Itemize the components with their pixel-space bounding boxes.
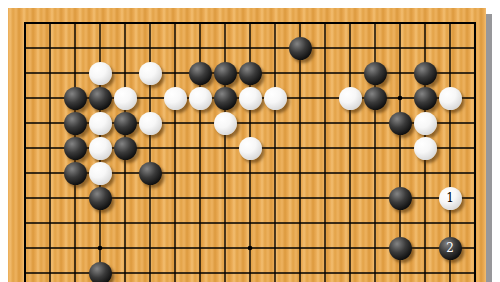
board-point-15-0[interactable]	[388, 11, 413, 36]
black-stone	[414, 87, 437, 110]
board-point-3-3[interactable]	[88, 86, 113, 111]
black-stone	[214, 62, 237, 85]
white-stone	[189, 87, 212, 110]
board-point-6-6[interactable]	[163, 161, 188, 186]
board-point-10-3[interactable]	[263, 86, 288, 111]
board-point-0-1[interactable]	[13, 36, 38, 61]
board-point-15-8[interactable]	[388, 211, 413, 236]
black-stone	[64, 137, 87, 160]
black-stone	[89, 87, 112, 110]
board-point-15-5[interactable]	[388, 136, 413, 161]
board-point-12-7[interactable]	[313, 186, 338, 211]
board-point-5-5[interactable]	[138, 136, 163, 161]
board-point-18-7[interactable]	[463, 186, 487, 211]
board-point-14-1[interactable]	[363, 36, 388, 61]
black-stone	[239, 62, 262, 85]
board-point-3-7[interactable]	[88, 186, 113, 211]
board-point-1-0[interactable]	[38, 11, 63, 36]
board-point-3-9[interactable]	[88, 236, 113, 261]
board-point-17-4[interactable]	[438, 111, 463, 136]
board-point-8-4[interactable]	[213, 111, 238, 136]
board-point-13-5[interactable]	[338, 136, 363, 161]
board-point-6-0[interactable]	[163, 11, 188, 36]
board-point-16-6[interactable]	[413, 161, 438, 186]
board-point-7-4[interactable]	[188, 111, 213, 136]
board-point-1-5[interactable]	[38, 136, 63, 161]
board-point-18-8[interactable]	[463, 211, 487, 236]
white-stone	[439, 87, 462, 110]
board-point-9-0[interactable]	[238, 11, 263, 36]
board-point-11-6[interactable]	[288, 161, 313, 186]
black-stone	[64, 162, 87, 185]
board-point-13-1[interactable]	[338, 36, 363, 61]
board-point-3-1[interactable]	[88, 36, 113, 61]
board-point-9-5[interactable]	[238, 136, 263, 161]
board-point-1-10[interactable]	[38, 261, 63, 282]
board-point-17-0[interactable]	[438, 11, 463, 36]
board-point-6-10[interactable]	[163, 261, 188, 282]
board-point-18-5[interactable]	[463, 136, 487, 161]
board-point-7-7[interactable]	[188, 186, 213, 211]
board-point-12-3[interactable]	[313, 86, 338, 111]
board-point-8-7[interactable]	[213, 186, 238, 211]
board-point-4-8[interactable]	[113, 211, 138, 236]
board-point-11-4[interactable]	[288, 111, 313, 136]
board-point-6-3[interactable]	[163, 86, 188, 111]
board-point-11-3[interactable]	[288, 86, 313, 111]
board-point-15-6[interactable]	[388, 161, 413, 186]
white-stone	[239, 87, 262, 110]
board-point-1-9[interactable]	[38, 236, 63, 261]
board-point-2-1[interactable]	[63, 36, 88, 61]
board-point-16-2[interactable]	[413, 61, 438, 86]
board-point-9-8[interactable]	[238, 211, 263, 236]
board-point-0-4[interactable]	[13, 111, 38, 136]
board-point-17-5[interactable]	[438, 136, 463, 161]
board-point-3-5[interactable]	[88, 136, 113, 161]
board-point-16-0[interactable]	[413, 11, 438, 36]
board-point-7-2[interactable]	[188, 61, 213, 86]
move-number-label: 2	[446, 242, 454, 254]
board-point-14-7[interactable]	[363, 186, 388, 211]
board-point-9-1[interactable]	[238, 36, 263, 61]
board-point-7-5[interactable]	[188, 136, 213, 161]
board-point-0-3[interactable]	[13, 86, 38, 111]
board-point-13-3[interactable]	[338, 86, 363, 111]
board-point-18-2[interactable]	[463, 61, 487, 86]
board-point-13-0[interactable]	[338, 11, 363, 36]
board-point-1-4[interactable]	[38, 111, 63, 136]
board-point-15-7[interactable]	[388, 186, 413, 211]
board-point-13-4[interactable]	[338, 111, 363, 136]
board-point-8-2[interactable]	[213, 61, 238, 86]
board-point-3-6[interactable]	[88, 161, 113, 186]
board-point-6-5[interactable]	[163, 136, 188, 161]
board-point-8-3[interactable]	[213, 86, 238, 111]
board-point-0-0[interactable]	[13, 11, 38, 36]
board-point-6-8[interactable]	[163, 211, 188, 236]
board-point-7-9[interactable]	[188, 236, 213, 261]
board-point-9-2[interactable]	[238, 61, 263, 86]
board-point-10-10[interactable]	[263, 261, 288, 282]
black-stone	[89, 187, 112, 210]
board-point-8-5[interactable]	[213, 136, 238, 161]
black-stone	[89, 262, 112, 282]
board-point-12-4[interactable]	[313, 111, 338, 136]
board-point-3-10[interactable]	[88, 261, 113, 282]
board-point-14-8[interactable]	[363, 211, 388, 236]
board-point-0-6[interactable]	[13, 161, 38, 186]
black-stone	[389, 112, 412, 135]
board-point-0-2[interactable]	[13, 61, 38, 86]
board-point-14-2[interactable]	[363, 61, 388, 86]
board-point-18-1[interactable]	[463, 36, 487, 61]
board-point-18-0[interactable]	[463, 11, 487, 36]
black-stone	[114, 137, 137, 160]
white-stone	[114, 87, 137, 110]
board-point-0-5[interactable]	[13, 136, 38, 161]
board-point-5-1[interactable]	[138, 36, 163, 61]
board-point-11-7[interactable]	[288, 186, 313, 211]
black-stone	[389, 187, 412, 210]
board-point-10-1[interactable]	[263, 36, 288, 61]
board-point-11-0[interactable]	[288, 11, 313, 36]
board-point-17-6[interactable]	[438, 161, 463, 186]
board-point-2-2[interactable]	[63, 61, 88, 86]
white-stone	[89, 62, 112, 85]
board-point-2-3[interactable]	[63, 86, 88, 111]
black-stone	[64, 87, 87, 110]
board-point-1-3[interactable]	[38, 86, 63, 111]
board-point-4-6[interactable]	[113, 161, 138, 186]
board-point-12-6[interactable]	[313, 161, 338, 186]
board-point-17-9[interactable]: 2	[438, 236, 463, 261]
board-point-16-10[interactable]	[413, 261, 438, 282]
board-point-1-2[interactable]	[38, 61, 63, 86]
board-grid: 12	[13, 11, 487, 282]
board-point-11-10[interactable]	[288, 261, 313, 282]
white-stone	[89, 162, 112, 185]
board-point-15-2[interactable]	[388, 61, 413, 86]
board-point-18-3[interactable]	[463, 86, 487, 111]
white-stone	[139, 112, 162, 135]
black-stone	[114, 112, 137, 135]
board-point-14-10[interactable]	[363, 261, 388, 282]
black-stone	[389, 237, 412, 260]
board-point-17-10[interactable]	[438, 261, 463, 282]
board-point-15-1[interactable]	[388, 36, 413, 61]
white-stone	[89, 112, 112, 135]
move-number-label: 1	[446, 192, 454, 204]
board-point-5-10[interactable]	[138, 261, 163, 282]
board-point-4-0[interactable]	[113, 11, 138, 36]
board-point-12-1[interactable]	[313, 36, 338, 61]
white-stone	[339, 87, 362, 110]
board-point-7-1[interactable]	[188, 36, 213, 61]
board-point-13-7[interactable]	[338, 186, 363, 211]
board-point-15-9[interactable]	[388, 236, 413, 261]
white-stone	[264, 87, 287, 110]
board-point-16-1[interactable]	[413, 36, 438, 61]
board-point-0-7[interactable]	[13, 186, 38, 211]
white-stone	[89, 137, 112, 160]
board-point-8-6[interactable]	[213, 161, 238, 186]
board-point-16-5[interactable]	[413, 136, 438, 161]
board-point-6-2[interactable]	[163, 61, 188, 86]
board-point-9-3[interactable]	[238, 86, 263, 111]
board-point-2-6[interactable]	[63, 161, 88, 186]
board-point-13-8[interactable]	[338, 211, 363, 236]
board-point-7-10[interactable]	[188, 261, 213, 282]
board-point-6-7[interactable]	[163, 186, 188, 211]
board-point-4-7[interactable]	[113, 186, 138, 211]
board-point-8-10[interactable]	[213, 261, 238, 282]
board-point-7-8[interactable]	[188, 211, 213, 236]
board-point-0-9[interactable]	[13, 236, 38, 261]
white-stone: 1	[439, 187, 462, 210]
board-point-15-3[interactable]	[388, 86, 413, 111]
board-point-4-9[interactable]	[113, 236, 138, 261]
board-point-11-2[interactable]	[288, 61, 313, 86]
white-stone	[214, 112, 237, 135]
board-point-12-5[interactable]	[313, 136, 338, 161]
board-point-4-4[interactable]	[113, 111, 138, 136]
board-point-15-4[interactable]	[388, 111, 413, 136]
board-point-5-3[interactable]	[138, 86, 163, 111]
board-point-9-6[interactable]	[238, 161, 263, 186]
go-board: 12	[8, 8, 486, 282]
board-point-16-4[interactable]	[413, 111, 438, 136]
board-point-17-3[interactable]	[438, 86, 463, 111]
board-point-14-3[interactable]	[363, 86, 388, 111]
board-point-4-5[interactable]	[113, 136, 138, 161]
board-point-10-0[interactable]	[263, 11, 288, 36]
board-point-10-4[interactable]	[263, 111, 288, 136]
board-point-12-10[interactable]	[313, 261, 338, 282]
board-point-7-3[interactable]	[188, 86, 213, 111]
board-point-13-6[interactable]	[338, 161, 363, 186]
board-point-4-10[interactable]	[113, 261, 138, 282]
board-point-10-8[interactable]	[263, 211, 288, 236]
board-point-2-10[interactable]	[63, 261, 88, 282]
board-point-17-7[interactable]: 1	[438, 186, 463, 211]
board-point-13-10[interactable]	[338, 261, 363, 282]
board-point-10-2[interactable]	[263, 61, 288, 86]
board-point-14-0[interactable]	[363, 11, 388, 36]
board-point-0-8[interactable]	[13, 211, 38, 236]
board-point-15-10[interactable]	[388, 261, 413, 282]
board-point-17-1[interactable]	[438, 36, 463, 61]
board-point-11-1[interactable]	[288, 36, 313, 61]
board-point-14-9[interactable]	[363, 236, 388, 261]
board-point-5-6[interactable]	[138, 161, 163, 186]
black-stone: 2	[439, 237, 462, 260]
board-point-8-8[interactable]	[213, 211, 238, 236]
board-point-14-4[interactable]	[363, 111, 388, 136]
board-point-9-7[interactable]	[238, 186, 263, 211]
board-point-13-2[interactable]	[338, 61, 363, 86]
board-point-2-0[interactable]	[63, 11, 88, 36]
board-point-3-2[interactable]	[88, 61, 113, 86]
board-point-3-4[interactable]	[88, 111, 113, 136]
board-point-16-9[interactable]	[413, 236, 438, 261]
board-point-1-8[interactable]	[38, 211, 63, 236]
board-point-1-6[interactable]	[38, 161, 63, 186]
board-point-2-7[interactable]	[63, 186, 88, 211]
board-point-3-8[interactable]	[88, 211, 113, 236]
board-point-10-9[interactable]	[263, 236, 288, 261]
board-point-1-1[interactable]	[38, 36, 63, 61]
board-point-3-0[interactable]	[88, 11, 113, 36]
board-point-16-7[interactable]	[413, 186, 438, 211]
board-point-7-6[interactable]	[188, 161, 213, 186]
board-point-5-7[interactable]	[138, 186, 163, 211]
board-point-6-4[interactable]	[163, 111, 188, 136]
white-stone	[164, 87, 187, 110]
board-point-9-10[interactable]	[238, 261, 263, 282]
board-point-11-8[interactable]	[288, 211, 313, 236]
board-point-16-8[interactable]	[413, 211, 438, 236]
black-stone	[139, 162, 162, 185]
board-point-12-2[interactable]	[313, 61, 338, 86]
board-point-0-10[interactable]	[13, 261, 38, 282]
board-point-16-3[interactable]	[413, 86, 438, 111]
black-stone	[364, 62, 387, 85]
board-point-17-8[interactable]	[438, 211, 463, 236]
board-point-9-9[interactable]	[238, 236, 263, 261]
white-stone	[414, 137, 437, 160]
board-point-10-7[interactable]	[263, 186, 288, 211]
black-stone	[289, 37, 312, 60]
white-stone	[414, 112, 437, 135]
black-stone	[214, 87, 237, 110]
diagram-canvas: 12	[0, 0, 500, 282]
white-stone	[139, 62, 162, 85]
board-point-4-2[interactable]	[113, 61, 138, 86]
board-point-18-10[interactable]	[463, 261, 487, 282]
board-point-14-5[interactable]	[363, 136, 388, 161]
board-point-8-1[interactable]	[213, 36, 238, 61]
board-point-5-9[interactable]	[138, 236, 163, 261]
black-stone	[414, 62, 437, 85]
board-point-1-7[interactable]	[38, 186, 63, 211]
board-point-13-9[interactable]	[338, 236, 363, 261]
board-point-5-2[interactable]	[138, 61, 163, 86]
board-point-7-0[interactable]	[188, 11, 213, 36]
board-point-18-4[interactable]	[463, 111, 487, 136]
board-point-2-9[interactable]	[63, 236, 88, 261]
board-point-10-5[interactable]	[263, 136, 288, 161]
black-stone	[64, 112, 87, 135]
board-point-4-1[interactable]	[113, 36, 138, 61]
board-point-11-5[interactable]	[288, 136, 313, 161]
board-point-11-9[interactable]	[288, 236, 313, 261]
board-point-6-1[interactable]	[163, 36, 188, 61]
board-point-18-6[interactable]	[463, 161, 487, 186]
board-point-12-8[interactable]	[313, 211, 338, 236]
board-point-10-6[interactable]	[263, 161, 288, 186]
board-point-6-9[interactable]	[163, 236, 188, 261]
board-point-14-6[interactable]	[363, 161, 388, 186]
board-point-18-9[interactable]	[463, 236, 487, 261]
black-stone	[189, 62, 212, 85]
board-point-2-8[interactable]	[63, 211, 88, 236]
board-point-4-3[interactable]	[113, 86, 138, 111]
board-point-5-4[interactable]	[138, 111, 163, 136]
board-point-8-9[interactable]	[213, 236, 238, 261]
board-point-8-0[interactable]	[213, 11, 238, 36]
board-point-5-0[interactable]	[138, 11, 163, 36]
board-point-12-0[interactable]	[313, 11, 338, 36]
board-point-17-2[interactable]	[438, 61, 463, 86]
black-stone	[364, 87, 387, 110]
board-point-12-9[interactable]	[313, 236, 338, 261]
board-point-9-4[interactable]	[238, 111, 263, 136]
board-point-5-8[interactable]	[138, 211, 163, 236]
white-stone	[239, 137, 262, 160]
board-point-2-4[interactable]	[63, 111, 88, 136]
board-point-2-5[interactable]	[63, 136, 88, 161]
